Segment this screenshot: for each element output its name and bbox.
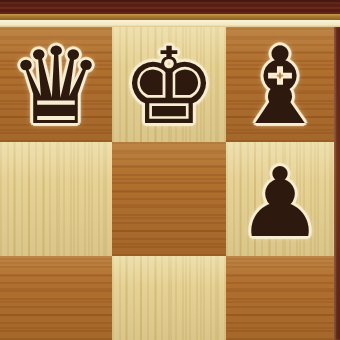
- square-r3c2[interactable]: [112, 256, 226, 340]
- square-r1c1[interactable]: ♛: [0, 27, 112, 142]
- black-king-piece[interactable]: ♚: [121, 34, 216, 140]
- black-pawn-piece[interactable]: ♟: [237, 155, 323, 251]
- chessboard-viewport: ♛ ♚ ♝ ♟: [0, 0, 340, 340]
- square-r1c3[interactable]: ♝: [226, 27, 334, 142]
- square-r2c2[interactable]: [112, 142, 226, 256]
- black-queen-piece[interactable]: ♛: [8, 34, 103, 140]
- board-frame-top: [0, 0, 340, 14]
- board-frame-right: [334, 27, 340, 340]
- square-r3c3[interactable]: [226, 256, 334, 340]
- square-r2c1[interactable]: [0, 142, 112, 256]
- square-r1c2[interactable]: ♚: [112, 27, 226, 142]
- chessboard: ♛ ♚ ♝ ♟: [0, 27, 334, 340]
- black-bishop-piece[interactable]: ♝: [232, 34, 327, 140]
- square-r3c1[interactable]: [0, 256, 112, 340]
- square-r2c3[interactable]: ♟: [226, 142, 334, 256]
